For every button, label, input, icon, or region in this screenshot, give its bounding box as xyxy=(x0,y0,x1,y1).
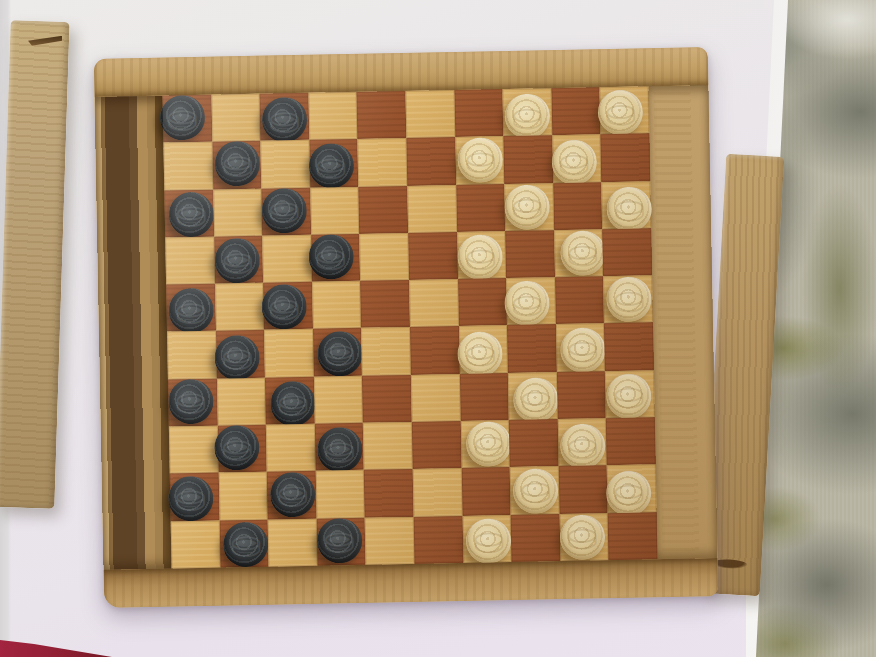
black-piece[interactable]: ⛂ xyxy=(270,381,316,427)
square-7-7[interactable] xyxy=(509,419,559,467)
square-5-2[interactable] xyxy=(264,329,314,377)
square-5-0[interactable] xyxy=(167,331,216,379)
square-1-1[interactable]: ⛂ xyxy=(212,141,261,189)
square-3-7[interactable] xyxy=(505,230,555,278)
square-3-2[interactable] xyxy=(262,235,312,283)
square-4-9[interactable]: ⛀ xyxy=(603,275,652,323)
square-7-3[interactable]: ⛂ xyxy=(315,423,364,471)
square-3-5[interactable] xyxy=(408,232,458,280)
white-piece[interactable]: ⛀ xyxy=(513,468,559,514)
piece-glyph: ⛀ xyxy=(558,143,591,182)
square-4-7[interactable]: ⛀ xyxy=(506,277,556,325)
square-1-5[interactable] xyxy=(406,137,456,185)
square-4-4[interactable] xyxy=(360,280,409,328)
square-4-2[interactable]: ⛂ xyxy=(263,282,313,330)
square-6-2[interactable]: ⛂ xyxy=(265,377,315,425)
white-piece[interactable]: ⛀ xyxy=(560,327,606,373)
square-9-3[interactable]: ⛂ xyxy=(316,518,365,566)
board-grid: ⛂⛂⛀⛀⛂⛂⛀⛀⛂⛂⛀⛀⛂⛂⛀⛀⛂⛂⛀⛀⛂⛂⛀⛀⛂⛂⛀⛀⛂⛂⛀⛀⛂⛂⛀⛀⛂⛂⛀⛀ xyxy=(163,86,658,568)
square-3-0[interactable] xyxy=(165,237,214,285)
square-9-0[interactable] xyxy=(171,520,220,568)
square-8-0[interactable]: ⛂ xyxy=(170,473,219,521)
square-0-1[interactable] xyxy=(211,94,260,142)
black-piece[interactable]: ⛂ xyxy=(214,425,260,471)
square-7-9[interactable] xyxy=(606,417,655,465)
piece-glyph: ⛀ xyxy=(613,280,646,319)
square-2-3[interactable] xyxy=(310,186,359,234)
piece-glyph: ⛂ xyxy=(268,191,301,230)
square-2-8[interactable] xyxy=(553,182,602,230)
square-6-3[interactable] xyxy=(314,376,363,424)
black-piece[interactable]: ⛂ xyxy=(308,143,354,189)
photo-scene: ⛂⛂⛀⛀⛂⛂⛀⛀⛂⛂⛀⛀⛂⛂⛀⛀⛂⛂⛀⛀⛂⛂⛀⛀⛂⛂⛀⛀⛂⛂⛀⛀⛂⛂⛀⛀⛂⛂⛀⛀ xyxy=(0,0,876,657)
black-piece[interactable]: ⛂ xyxy=(262,97,308,143)
white-piece[interactable]: ⛀ xyxy=(466,518,512,564)
square-2-5[interactable] xyxy=(407,185,457,233)
square-0-5[interactable] xyxy=(405,90,455,138)
piece-glyph: ⛀ xyxy=(613,377,646,416)
square-8-6[interactable] xyxy=(461,467,510,515)
piece-glyph: ⛀ xyxy=(511,188,544,227)
square-8-7[interactable]: ⛀ xyxy=(510,466,560,514)
square-0-6[interactable] xyxy=(454,89,503,137)
white-piece[interactable]: ⛀ xyxy=(606,373,652,419)
piece-glyph: ⛀ xyxy=(604,93,637,132)
piece-glyph: ⛂ xyxy=(174,382,207,421)
square-7-6[interactable]: ⛀ xyxy=(460,420,509,468)
board-frame: ⛂⛂⛀⛀⛂⛂⛀⛀⛂⛂⛀⛀⛂⛂⛀⛀⛂⛂⛀⛀⛂⛂⛀⛀⛂⛂⛀⛀⛂⛂⛀⛀⛂⛂⛀⛀⛂⛂⛀⛀ xyxy=(163,86,658,568)
square-8-3[interactable] xyxy=(316,470,365,518)
square-5-4[interactable] xyxy=(361,327,410,375)
square-4-3[interactable] xyxy=(312,281,361,329)
black-piece[interactable]: ⛂ xyxy=(168,379,214,425)
white-piece[interactable]: ⛀ xyxy=(504,184,550,230)
square-4-5[interactable] xyxy=(409,279,459,327)
square-5-5[interactable] xyxy=(410,326,460,374)
square-7-1[interactable]: ⛂ xyxy=(217,425,266,473)
square-9-2[interactable] xyxy=(268,518,318,566)
piece-glyph: ⛀ xyxy=(566,234,599,273)
piece-glyph: ⛂ xyxy=(221,241,254,280)
piece-glyph: ⛀ xyxy=(613,190,646,229)
piece-glyph: ⛀ xyxy=(511,97,544,136)
black-piece[interactable]: ⛂ xyxy=(168,288,214,334)
square-4-1[interactable] xyxy=(215,283,264,331)
square-0-4[interactable] xyxy=(357,91,406,139)
square-8-8[interactable] xyxy=(558,466,607,514)
square-3-4[interactable] xyxy=(360,233,409,281)
square-3-1[interactable]: ⛂ xyxy=(214,236,263,284)
piece-glyph: ⛀ xyxy=(511,284,544,323)
square-5-8[interactable]: ⛀ xyxy=(556,324,605,372)
square-1-3[interactable]: ⛂ xyxy=(309,139,358,187)
square-4-8[interactable] xyxy=(555,276,604,324)
white-piece[interactable]: ⛀ xyxy=(559,514,605,560)
square-1-2[interactable] xyxy=(261,140,311,188)
piece-glyph: ⛂ xyxy=(268,101,301,140)
piece-glyph: ⛀ xyxy=(464,334,497,373)
square-3-6[interactable]: ⛀ xyxy=(457,231,506,279)
piece-glyph: ⛂ xyxy=(323,521,356,560)
piece-glyph: ⛀ xyxy=(464,238,497,277)
white-piece[interactable]: ⛀ xyxy=(607,186,653,232)
white-piece[interactable]: ⛀ xyxy=(458,138,504,184)
square-9-8[interactable]: ⛀ xyxy=(559,513,608,561)
square-2-2[interactable]: ⛂ xyxy=(261,187,311,235)
black-piece[interactable]: ⛂ xyxy=(316,518,362,564)
white-piece[interactable]: ⛀ xyxy=(606,277,652,323)
black-piece[interactable]: ⛂ xyxy=(168,191,214,237)
square-9-5[interactable] xyxy=(414,516,464,564)
piece-glyph: ⛂ xyxy=(221,145,254,184)
square-6-1[interactable] xyxy=(217,378,266,426)
white-piece[interactable]: ⛀ xyxy=(560,230,606,276)
square-2-0[interactable]: ⛂ xyxy=(164,189,213,237)
piece-glyph: ⛂ xyxy=(175,195,208,234)
piece-glyph: ⛂ xyxy=(221,429,254,468)
square-8-2[interactable]: ⛂ xyxy=(267,471,317,519)
piece-glyph: ⛂ xyxy=(230,525,263,564)
piece-glyph: ⛂ xyxy=(175,292,208,331)
black-piece[interactable]: ⛂ xyxy=(215,238,261,284)
white-piece[interactable]: ⛀ xyxy=(551,140,597,186)
piece-glyph: ⛂ xyxy=(314,238,347,277)
square-1-0[interactable] xyxy=(163,142,212,190)
right-piece-tray xyxy=(646,85,717,559)
piece-glyph: ⛀ xyxy=(519,471,552,510)
black-piece[interactable]: ⛂ xyxy=(261,188,307,234)
square-9-7[interactable] xyxy=(511,514,561,562)
square-4-6[interactable] xyxy=(458,278,507,326)
piece-glyph: ⛂ xyxy=(221,338,254,377)
black-piece[interactable]: ⛂ xyxy=(270,471,316,517)
piece-glyph: ⛂ xyxy=(276,475,309,514)
square-3-3[interactable]: ⛂ xyxy=(311,234,360,282)
black-piece[interactable]: ⛂ xyxy=(317,427,363,473)
square-5-1[interactable]: ⛂ xyxy=(216,330,265,378)
square-8-5[interactable] xyxy=(413,468,463,516)
square-5-3[interactable]: ⛂ xyxy=(313,328,362,376)
draughts-box: ⛂⛂⛀⛀⛂⛂⛀⛀⛂⛂⛀⛀⛂⛂⛀⛀⛂⛂⛀⛀⛂⛂⛀⛀⛂⛂⛀⛀⛂⛂⛀⛀⛂⛂⛀⛀⛂⛂⛀⛀ xyxy=(94,47,718,608)
square-2-4[interactable] xyxy=(359,186,408,234)
square-7-5[interactable] xyxy=(412,421,462,469)
square-9-9[interactable] xyxy=(608,512,657,560)
square-2-7[interactable]: ⛀ xyxy=(504,183,554,231)
square-8-1[interactable] xyxy=(218,472,267,520)
piece-glyph: ⛂ xyxy=(323,431,356,470)
black-piece[interactable]: ⛂ xyxy=(215,141,261,187)
square-6-9[interactable]: ⛀ xyxy=(605,370,654,418)
black-piece[interactable]: ⛂ xyxy=(215,334,261,380)
piece-glyph: ⛂ xyxy=(174,479,207,518)
square-6-7[interactable]: ⛀ xyxy=(508,372,558,420)
square-5-9[interactable] xyxy=(604,323,653,371)
square-8-9[interactable]: ⛀ xyxy=(607,465,656,513)
square-6-4[interactable] xyxy=(362,375,411,423)
square-0-0[interactable]: ⛂ xyxy=(163,95,212,143)
white-piece[interactable]: ⛀ xyxy=(466,421,512,467)
white-piece[interactable]: ⛀ xyxy=(598,90,644,136)
square-1-6[interactable]: ⛀ xyxy=(455,136,504,184)
piece-glyph: ⛂ xyxy=(277,384,310,423)
black-piece[interactable]: ⛂ xyxy=(261,284,307,330)
square-6-6[interactable] xyxy=(459,373,508,421)
slide-lid-plank-left xyxy=(0,20,70,509)
square-4-0[interactable]: ⛂ xyxy=(166,284,215,332)
white-piece[interactable]: ⛀ xyxy=(559,423,605,469)
white-piece[interactable]: ⛀ xyxy=(606,470,652,516)
left-piece-tray xyxy=(95,96,172,570)
square-9-4[interactable] xyxy=(365,517,414,565)
piece-glyph: ⛀ xyxy=(613,473,646,512)
plank-notch xyxy=(28,35,62,47)
square-1-8[interactable]: ⛀ xyxy=(552,135,601,183)
square-1-4[interactable] xyxy=(358,138,407,186)
black-piece[interactable]: ⛂ xyxy=(317,330,363,376)
square-0-2[interactable]: ⛂ xyxy=(260,93,310,141)
square-1-7[interactable] xyxy=(504,135,554,183)
white-piece[interactable]: ⛀ xyxy=(513,377,559,423)
square-8-4[interactable] xyxy=(364,469,413,517)
square-0-3[interactable] xyxy=(308,92,357,140)
white-piece[interactable]: ⛀ xyxy=(457,331,503,377)
square-2-6[interactable] xyxy=(456,184,505,232)
black-piece[interactable]: ⛂ xyxy=(159,95,205,141)
piece-glyph: ⛀ xyxy=(473,521,506,560)
square-7-0[interactable] xyxy=(169,426,218,474)
piece-glyph: ⛀ xyxy=(566,518,599,557)
square-5-6[interactable]: ⛀ xyxy=(459,326,508,374)
square-1-9[interactable] xyxy=(601,134,650,182)
piece-glyph: ⛀ xyxy=(464,141,497,180)
piece-glyph: ⛀ xyxy=(566,427,599,466)
white-piece[interactable]: ⛀ xyxy=(458,234,504,280)
square-9-6[interactable]: ⛀ xyxy=(462,515,511,563)
square-9-1[interactable]: ⛂ xyxy=(219,519,268,567)
piece-glyph: ⛂ xyxy=(315,147,348,186)
square-7-2[interactable] xyxy=(266,424,316,472)
square-7-4[interactable] xyxy=(363,422,412,470)
white-piece[interactable]: ⛀ xyxy=(504,281,550,327)
square-0-9[interactable]: ⛀ xyxy=(600,86,649,134)
black-piece[interactable]: ⛂ xyxy=(308,234,354,280)
square-3-8[interactable]: ⛀ xyxy=(554,229,603,277)
square-5-7[interactable] xyxy=(507,325,557,373)
piece-glyph: ⛂ xyxy=(323,334,356,373)
piece-glyph: ⛂ xyxy=(166,99,199,138)
square-0-7[interactable]: ⛀ xyxy=(503,88,553,136)
square-2-9[interactable]: ⛀ xyxy=(602,181,651,229)
black-piece[interactable]: ⛂ xyxy=(223,522,269,568)
white-piece[interactable]: ⛀ xyxy=(505,93,551,139)
piece-glyph: ⛀ xyxy=(473,425,506,464)
square-6-0[interactable]: ⛂ xyxy=(168,378,217,426)
red-corner-object xyxy=(0,632,120,657)
square-7-8[interactable]: ⛀ xyxy=(558,418,607,466)
piece-glyph: ⛂ xyxy=(268,288,301,327)
black-piece[interactable]: ⛂ xyxy=(168,475,214,521)
square-0-8[interactable] xyxy=(551,87,600,135)
square-6-8[interactable] xyxy=(557,371,606,419)
piece-glyph: ⛀ xyxy=(520,381,553,420)
square-2-1[interactable] xyxy=(213,188,262,236)
square-3-9[interactable] xyxy=(603,228,652,276)
square-6-5[interactable] xyxy=(411,374,461,422)
piece-glyph: ⛀ xyxy=(566,330,599,369)
